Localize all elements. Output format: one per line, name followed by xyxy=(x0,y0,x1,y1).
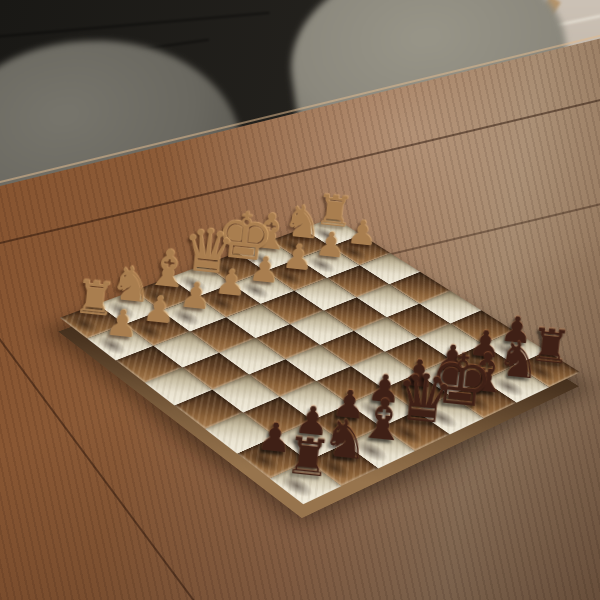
piece-black-rook[interactable]: ♜ xyxy=(280,429,336,485)
board-tilt-wrapper: ♜♟♟♜♞♟♟♞♝♟♟♝♚♟♟♚♛♟♟♛♝♟♟♝♞♟♟♞♜♟♟♜ xyxy=(0,0,600,600)
chess-board: ♜♟♟♜♞♟♟♞♝♟♟♝♚♟♟♚♛♟♟♛♝♟♟♝♞♟♟♞♜♟♟♜ xyxy=(60,217,580,504)
piece-white-pawn[interactable]: ♟ xyxy=(97,303,147,344)
photo-scene: ♜♟♟♜♞♟♟♞♝♟♟♝♚♟♟♚♛♟♟♛♝♟♟♝♞♟♟♞♜♟♟♜ xyxy=(0,0,600,600)
